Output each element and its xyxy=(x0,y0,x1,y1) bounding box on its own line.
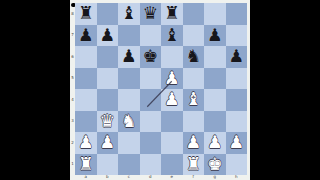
square-h2[interactable]: ♟ xyxy=(226,132,248,154)
rank-label-7: 7 xyxy=(71,33,75,37)
square-a1[interactable]: ♜ xyxy=(75,154,97,176)
square-f1[interactable]: ♜ xyxy=(183,154,205,176)
square-g2[interactable]: ♟ xyxy=(204,132,226,154)
piece-white-rook-f1[interactable]: ♜ xyxy=(183,154,205,176)
square-b1[interactable] xyxy=(97,154,119,176)
piece-white-pawn-g2[interactable]: ♟ xyxy=(204,132,226,154)
square-c3[interactable]: ♞ xyxy=(118,111,140,133)
piece-white-pawn-e5[interactable]: ♟ xyxy=(161,68,183,90)
square-d6[interactable]: ♚ xyxy=(140,46,162,68)
file-label-a: a xyxy=(75,175,97,179)
piece-black-pawn-h6[interactable]: ♟ xyxy=(226,46,248,68)
piece-black-king-d6[interactable]: ♚ xyxy=(140,46,162,68)
piece-white-queen-b3[interactable]: ♛ xyxy=(97,111,119,133)
square-d7[interactable] xyxy=(140,25,162,47)
piece-black-bishop-e7[interactable]: ♝ xyxy=(161,25,183,47)
rank-label-2: 2 xyxy=(71,141,75,145)
square-e6[interactable] xyxy=(161,46,183,68)
square-a4[interactable] xyxy=(75,89,97,111)
piece-black-queen-d8[interactable]: ♛ xyxy=(140,3,162,25)
rank-label-8: 8 xyxy=(71,12,75,16)
square-g7[interactable]: ♟ xyxy=(204,25,226,47)
file-label-h: h xyxy=(226,175,248,179)
square-f5[interactable] xyxy=(183,68,205,90)
square-g6[interactable] xyxy=(204,46,226,68)
piece-black-rook-a8[interactable]: ♜ xyxy=(75,3,97,25)
square-b3[interactable]: ♛ xyxy=(97,111,119,133)
square-f7[interactable] xyxy=(183,25,205,47)
square-h5[interactable] xyxy=(226,68,248,90)
square-g5[interactable] xyxy=(204,68,226,90)
square-a7[interactable]: ♟ xyxy=(75,25,97,47)
square-b6[interactable] xyxy=(97,46,119,68)
piece-black-pawn-c6[interactable]: ♟ xyxy=(118,46,140,68)
square-c4[interactable] xyxy=(118,89,140,111)
square-b8[interactable] xyxy=(97,3,119,25)
square-d4[interactable] xyxy=(140,89,162,111)
piece-black-pawn-g7[interactable]: ♟ xyxy=(204,25,226,47)
square-d2[interactable] xyxy=(140,132,162,154)
square-g8[interactable] xyxy=(204,3,226,25)
square-e3[interactable] xyxy=(161,111,183,133)
square-a5[interactable] xyxy=(75,68,97,90)
rank-label-3: 3 xyxy=(71,119,75,123)
square-c6[interactable]: ♟ xyxy=(118,46,140,68)
piece-white-pawn-f2[interactable]: ♟ xyxy=(183,132,205,154)
square-c5[interactable] xyxy=(118,68,140,90)
piece-white-bishop-f4[interactable]: ♝ xyxy=(183,89,205,111)
piece-white-king-g1[interactable]: ♚ xyxy=(204,154,226,176)
square-d3[interactable] xyxy=(140,111,162,133)
square-h6[interactable]: ♟ xyxy=(226,46,248,68)
square-e4[interactable]: ♟ xyxy=(161,89,183,111)
square-c2[interactable] xyxy=(118,132,140,154)
rank-label-5: 5 xyxy=(71,76,75,80)
piece-black-bishop-c8[interactable]: ♝ xyxy=(118,3,140,25)
square-d5[interactable] xyxy=(140,68,162,90)
square-h3[interactable] xyxy=(226,111,248,133)
square-d1[interactable] xyxy=(140,154,162,176)
square-e8[interactable]: ♜ xyxy=(161,3,183,25)
square-b7[interactable]: ♟ xyxy=(97,25,119,47)
square-a3[interactable] xyxy=(75,111,97,133)
file-label-f: f xyxy=(183,175,205,179)
rank-label-4: 4 xyxy=(71,98,75,102)
piece-white-pawn-a2[interactable]: ♟ xyxy=(75,132,97,154)
file-label-b: b xyxy=(97,175,119,179)
piece-white-pawn-e4[interactable]: ♟ xyxy=(161,89,183,111)
piece-black-pawn-b7[interactable]: ♟ xyxy=(97,25,119,47)
file-label-d: d xyxy=(140,175,162,179)
square-c7[interactable] xyxy=(118,25,140,47)
square-h4[interactable] xyxy=(226,89,248,111)
square-b4[interactable] xyxy=(97,89,119,111)
square-g3[interactable] xyxy=(204,111,226,133)
square-a6[interactable] xyxy=(75,46,97,68)
square-b5[interactable] xyxy=(97,68,119,90)
piece-white-pawn-b2[interactable]: ♟ xyxy=(97,132,119,154)
square-h8[interactable] xyxy=(226,3,248,25)
square-f8[interactable] xyxy=(183,3,205,25)
square-g1[interactable]: ♚ xyxy=(204,154,226,176)
square-e5[interactable]: ♟ xyxy=(161,68,183,90)
piece-white-pawn-h2[interactable]: ♟ xyxy=(226,132,248,154)
square-f6[interactable]: ♞ xyxy=(183,46,205,68)
square-d8[interactable]: ♛ xyxy=(140,3,162,25)
square-c1[interactable] xyxy=(118,154,140,176)
file-label-e: e xyxy=(161,175,183,179)
square-g4[interactable] xyxy=(204,89,226,111)
screenshot-stage: ♜♝♛♜♟♟♝♟♟♚♞♟♟♟♝♛♞♟♟♟♟♟♜♜♚ 87654321 abcde… xyxy=(0,0,320,180)
square-a2[interactable]: ♟ xyxy=(75,132,97,154)
chessboard-panel: ♜♝♛♜♟♟♝♟♟♚♞♟♟♟♝♛♞♟♟♟♟♟♜♜♚ 87654321 abcde… xyxy=(70,0,250,180)
piece-black-rook-e8[interactable]: ♜ xyxy=(161,3,183,25)
square-e2[interactable] xyxy=(161,132,183,154)
square-e1[interactable] xyxy=(161,154,183,176)
square-f2[interactable]: ♟ xyxy=(183,132,205,154)
piece-black-knight-f6[interactable]: ♞ xyxy=(183,46,205,68)
square-h1[interactable] xyxy=(226,154,248,176)
piece-white-knight-c3[interactable]: ♞ xyxy=(118,111,140,133)
square-f3[interactable] xyxy=(183,111,205,133)
piece-black-pawn-a7[interactable]: ♟ xyxy=(75,25,97,47)
chessboard[interactable]: ♜♝♛♜♟♟♝♟♟♚♞♟♟♟♝♛♞♟♟♟♟♟♜♜♚ xyxy=(75,3,247,175)
square-b2[interactable]: ♟ xyxy=(97,132,119,154)
square-f4[interactable]: ♝ xyxy=(183,89,205,111)
file-label-c: c xyxy=(118,175,140,179)
file-label-g: g xyxy=(204,175,226,179)
piece-white-rook-a1[interactable]: ♜ xyxy=(75,154,97,176)
square-a8[interactable]: ♜ xyxy=(75,3,97,25)
square-c8[interactable]: ♝ xyxy=(118,3,140,25)
rank-label-1: 1 xyxy=(71,162,75,166)
rank-label-6: 6 xyxy=(71,55,75,59)
square-h7[interactable] xyxy=(226,25,248,47)
square-e7[interactable]: ♝ xyxy=(161,25,183,47)
